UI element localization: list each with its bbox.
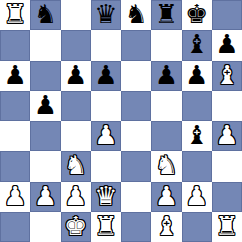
piece-white-rook: ♜	[94, 212, 117, 241]
square-g7[interactable]: ♝	[182, 30, 212, 60]
piece-white-pawn: ♟	[94, 121, 117, 150]
square-a8[interactable]: ♜	[0, 0, 30, 30]
piece-black-pawn: ♟	[3, 61, 26, 90]
square-h6[interactable]: ♝	[212, 61, 242, 91]
piece-black-pawn: ♟	[94, 61, 117, 90]
square-e6[interactable]	[121, 61, 151, 91]
piece-black-pawn: ♟	[34, 91, 57, 120]
square-b6[interactable]	[30, 61, 60, 91]
square-g1[interactable]	[182, 212, 212, 242]
square-h8[interactable]	[212, 0, 242, 30]
piece-black-knight: ♞	[34, 0, 57, 29]
square-d3[interactable]	[91, 151, 121, 181]
square-e8[interactable]: ♞	[121, 0, 151, 30]
square-c8[interactable]	[61, 0, 91, 30]
square-b3[interactable]	[30, 151, 60, 181]
square-h1[interactable]: ♜	[212, 212, 242, 242]
square-h4[interactable]: ♟	[212, 121, 242, 151]
square-f1[interactable]: ♝	[151, 212, 181, 242]
square-a4[interactable]	[0, 121, 30, 151]
piece-white-pawn: ♟	[215, 121, 238, 150]
square-h3[interactable]	[212, 151, 242, 181]
square-c5[interactable]	[61, 91, 91, 121]
square-g3[interactable]	[182, 151, 212, 181]
square-d8[interactable]: ♛	[91, 0, 121, 30]
square-b1[interactable]	[30, 212, 60, 242]
square-f3[interactable]: ♞	[151, 151, 181, 181]
square-e5[interactable]	[121, 91, 151, 121]
square-h2[interactable]	[212, 182, 242, 212]
square-f8[interactable]: ♜	[151, 0, 181, 30]
piece-white-king: ♚	[64, 212, 87, 241]
square-d2[interactable]: ♛	[91, 182, 121, 212]
piece-black-pawn: ♟	[155, 61, 178, 90]
square-b7[interactable]	[30, 30, 60, 60]
square-g6[interactable]: ♟	[182, 61, 212, 91]
square-f5[interactable]	[151, 91, 181, 121]
square-a2[interactable]: ♟	[0, 182, 30, 212]
piece-black-pawn: ♟	[64, 61, 87, 90]
square-e3[interactable]	[121, 151, 151, 181]
square-c3[interactable]: ♞	[61, 151, 91, 181]
square-b8[interactable]: ♞	[30, 0, 60, 30]
square-f2[interactable]: ♟	[151, 182, 181, 212]
piece-white-rook: ♜	[215, 212, 238, 241]
piece-white-knight: ♞	[64, 151, 87, 180]
square-d4[interactable]: ♟	[91, 121, 121, 151]
piece-black-knight: ♞	[124, 0, 147, 29]
square-b4[interactable]	[30, 121, 60, 151]
square-g2[interactable]: ♟	[182, 182, 212, 212]
square-g4[interactable]: ♝	[182, 121, 212, 151]
piece-black-bishop: ♝	[185, 30, 208, 59]
square-d1[interactable]: ♜	[91, 212, 121, 242]
chess-board: ♜♞♛♞♜♚♝♟♟♟♟♟♟♝♟♟♝♟♞♞♟♟♟♛♟♟♚♜♝♜	[0, 0, 242, 242]
square-f7[interactable]	[151, 30, 181, 60]
square-b2[interactable]: ♟	[30, 182, 60, 212]
piece-white-pawn: ♟	[3, 182, 26, 211]
square-g5[interactable]	[182, 91, 212, 121]
piece-white-pawn: ♟	[155, 182, 178, 211]
piece-white-bishop: ♝	[155, 212, 178, 241]
piece-black-pawn: ♟	[185, 61, 208, 90]
square-h7[interactable]: ♟	[212, 30, 242, 60]
square-e7[interactable]	[121, 30, 151, 60]
square-f4[interactable]	[151, 121, 181, 151]
square-f6[interactable]: ♟	[151, 61, 181, 91]
square-d6[interactable]: ♟	[91, 61, 121, 91]
square-b5[interactable]: ♟	[30, 91, 60, 121]
piece-white-queen: ♛	[94, 182, 117, 211]
square-a7[interactable]	[0, 30, 30, 60]
piece-black-queen: ♛	[94, 0, 117, 29]
square-c2[interactable]: ♟	[61, 182, 91, 212]
piece-white-pawn: ♟	[185, 182, 208, 211]
piece-white-pawn: ♟	[34, 182, 57, 211]
piece-black-bishop: ♝	[185, 121, 208, 150]
square-c7[interactable]	[61, 30, 91, 60]
square-c4[interactable]	[61, 121, 91, 151]
square-e4[interactable]	[121, 121, 151, 151]
piece-white-bishop: ♝	[215, 61, 238, 90]
square-c6[interactable]: ♟	[61, 61, 91, 91]
square-a5[interactable]	[0, 91, 30, 121]
square-d5[interactable]	[91, 91, 121, 121]
square-d7[interactable]	[91, 30, 121, 60]
square-e2[interactable]	[121, 182, 151, 212]
square-a3[interactable]	[0, 151, 30, 181]
piece-white-pawn: ♟	[64, 182, 87, 211]
square-e1[interactable]	[121, 212, 151, 242]
square-g8[interactable]: ♚	[182, 0, 212, 30]
square-a6[interactable]: ♟	[0, 61, 30, 91]
piece-white-rook: ♜	[3, 0, 26, 29]
square-c1[interactable]: ♚	[61, 212, 91, 242]
piece-black-pawn: ♟	[215, 30, 238, 59]
square-h5[interactable]	[212, 91, 242, 121]
piece-black-king: ♚	[185, 0, 208, 29]
piece-white-knight: ♞	[155, 151, 178, 180]
piece-black-rook: ♜	[155, 0, 178, 29]
square-a1[interactable]	[0, 212, 30, 242]
